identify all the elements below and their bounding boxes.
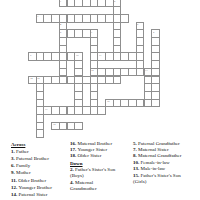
- clue-section-header: Down: [70, 160, 118, 167]
- cell-number: 10: [76, 54, 79, 57]
- clue-item: 3. Paternal Brother: [11, 155, 69, 162]
- cell-number: 13: [145, 69, 148, 72]
- clue-section-header: Across: [11, 141, 69, 148]
- clue-item: 13. Male-in-law: [133, 166, 185, 172]
- cell-number: 11: [99, 54, 102, 57]
- grid-cell: [74, 122, 83, 131]
- clue-column-down: 5. Paternal Grandfather7. Maternal Siste…: [133, 141, 185, 186]
- clue-item: 6. Family: [11, 162, 69, 169]
- clue-item: 7. Maternal Sister: [133, 147, 185, 153]
- grid-cell: [97, 106, 106, 115]
- clue-item: 8. Maternal Grandfather: [133, 153, 185, 159]
- cell-number: 2: [114, 0, 117, 2]
- cell-number: 17: [45, 108, 48, 111]
- clue-item: 4. Maternal Grandmother: [70, 180, 118, 192]
- cell-number: 12: [91, 69, 94, 72]
- crossword-worksheet: { "game": { "type": "crossword", "theme"…: [0, 0, 200, 200]
- clue-column-across: Across1. Father3. Paternal Brother6. Fam…: [11, 141, 69, 199]
- clue-item: 17. Younger Sister: [70, 147, 118, 153]
- cell-number: 16: [107, 100, 110, 103]
- cell-number: 3: [37, 15, 40, 18]
- cell-number: 5: [137, 23, 140, 26]
- grid-cell: [113, 76, 122, 85]
- cell-number: 6: [60, 31, 63, 34]
- cell-number: 18: [53, 123, 56, 126]
- clue-item: 16. Maternal Brother: [70, 141, 118, 147]
- grid-cell: [120, 14, 129, 23]
- clue-item: 11. Older Brother: [11, 177, 69, 184]
- clue-item: 14. Paternal Sister: [11, 191, 69, 198]
- clue-item: 15. Father's Sister's Son (Girls): [133, 173, 185, 185]
- clue-item: 5. Paternal Grandfather: [133, 141, 185, 147]
- grid-cell: [151, 99, 160, 108]
- cell-number: 1: [60, 0, 63, 2]
- clue-item: 9. Mother: [11, 169, 69, 176]
- cell-number: 9: [30, 54, 33, 57]
- cell-number: 15: [37, 77, 40, 80]
- crossword-grid: 123456789101112131415161718: [28, 0, 168, 138]
- clue-item: 18. Older Sister: [70, 153, 118, 159]
- cell-number: 8: [153, 31, 156, 34]
- clue-item: 12. Younger Brother: [11, 184, 69, 191]
- clue-item: 10. Female-in-law: [133, 160, 185, 166]
- cell-number: 7: [91, 31, 94, 34]
- cell-number: 4: [60, 23, 63, 26]
- cell-number: 14: [30, 77, 33, 80]
- grid-cell: [36, 129, 45, 138]
- clue-item: 2. Father's Sister's Son (Boys): [70, 167, 118, 179]
- clue-column-middle: 16. Maternal Brother17. Younger Sister18…: [70, 141, 118, 193]
- clue-item: 1. Father: [11, 148, 69, 155]
